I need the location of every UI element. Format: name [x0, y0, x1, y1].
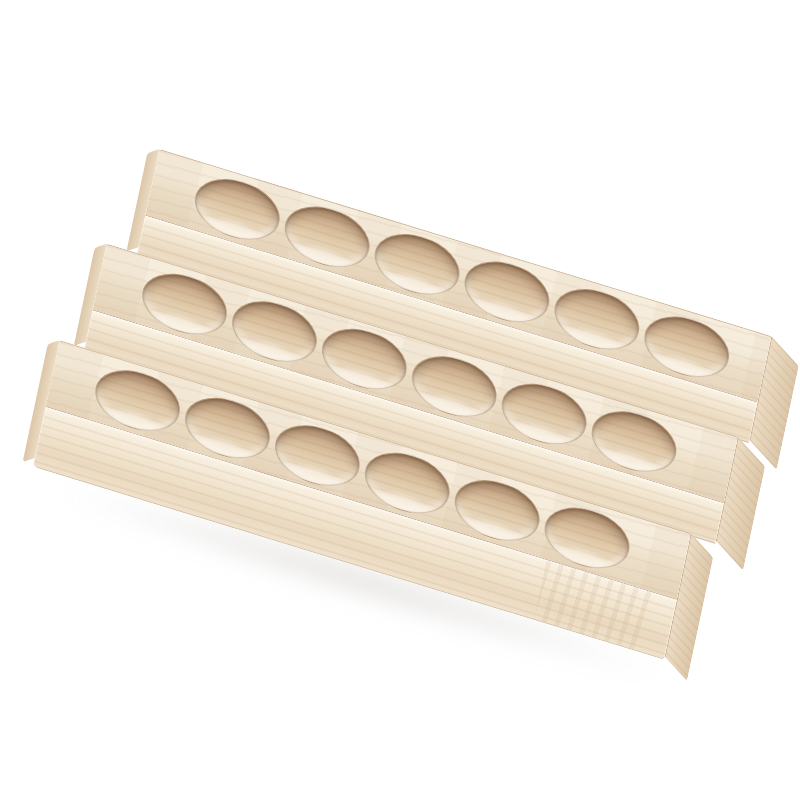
product-photo-scene	[0, 0, 800, 800]
board	[14, 132, 800, 771]
